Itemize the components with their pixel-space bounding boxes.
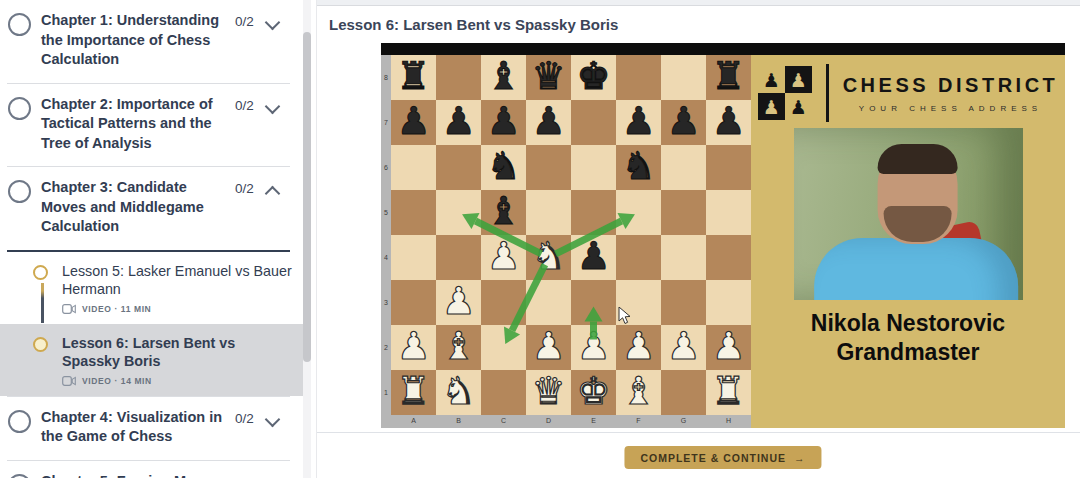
white-knight-d4: ♞ — [526, 232, 571, 277]
black-knight-c6: ♞ — [481, 142, 526, 187]
white-bishop-f1: ♝ — [616, 367, 661, 412]
chess-board: 87654321 ♜♝♛♚♜♟♟♟♟♟♟♟♞♞♝♟♞♟♟♟♝♟♟♟♟♟♜♞♛♚♝… — [381, 55, 751, 428]
logo-subtitle: YOUR CHESS ADDRESS — [843, 104, 1059, 113]
rank-label-8: 8 — [381, 55, 391, 100]
file-label-H: H — [706, 415, 751, 428]
sidebar-item-chapter-2[interactable]: Chapter 2: Importance of Tactical Patter… — [0, 84, 303, 167]
chevron-down-icon[interactable] — [265, 15, 281, 31]
square-f5 — [616, 190, 661, 235]
sidebar-item-chapter-5[interactable]: Chapter 5: Forcing Moves0/1 — [0, 461, 303, 478]
white-pawn-d2: ♟ — [526, 322, 571, 367]
pawn-icon: ♟ — [763, 69, 780, 91]
black-pawn-b7: ♟ — [436, 97, 481, 142]
presenter-name: Nikola Nestorovic — [751, 310, 1065, 337]
sidebar-scrollbar-thumb[interactable] — [303, 32, 311, 362]
video-camera-icon — [62, 376, 76, 386]
square-e1: ♚ — [571, 370, 616, 415]
file-label-C: C — [481, 415, 526, 428]
chevron-up-icon[interactable] — [265, 186, 281, 202]
black-rook-a8: ♜ — [391, 52, 436, 97]
square-a6 — [391, 145, 436, 190]
black-pawn-c7: ♟ — [481, 97, 526, 142]
square-a7: ♟ — [391, 100, 436, 145]
lesson-header: Lesson 6: Larsen Bent vs Spassky Boris — [317, 6, 1080, 42]
chevron-down-icon[interactable] — [265, 411, 281, 427]
square-g1 — [661, 370, 706, 415]
square-b7: ♟ — [436, 100, 481, 145]
square-b2: ♝ — [436, 325, 481, 370]
rank-label-2: 2 — [381, 325, 391, 370]
black-pawn-d7: ♟ — [526, 97, 571, 142]
square-c7: ♟ — [481, 100, 526, 145]
square-c3 — [481, 280, 526, 325]
square-e8: ♚ — [571, 55, 616, 100]
pawn-icon: ♟ — [763, 96, 780, 118]
file-label-F: F — [616, 415, 661, 428]
presenter-hair — [878, 144, 958, 174]
presenter-shoulders — [814, 238, 1018, 300]
chapter-progress-circle — [8, 180, 31, 203]
lesson-footer: COMPLETE & CONTINUE → — [317, 432, 1080, 478]
white-king-e1: ♚ — [571, 367, 616, 412]
presenter-title: Grandmaster — [751, 339, 1065, 366]
complete-button-label: COMPLETE & CONTINUE — [640, 452, 786, 464]
square-b3: ♟ — [436, 280, 481, 325]
square-f7: ♟ — [616, 100, 661, 145]
lesson-progress-circle — [33, 337, 48, 352]
presenter-webcam — [794, 128, 1023, 300]
pawn-icon: ♟ — [790, 69, 807, 91]
rank-label-4: 4 — [381, 235, 391, 280]
square-b4 — [436, 235, 481, 280]
square-c8: ♝ — [481, 55, 526, 100]
rank-label-3: 3 — [381, 280, 391, 325]
square-h8: ♜ — [706, 55, 751, 100]
square-d3 — [526, 280, 571, 325]
black-bishop-c8: ♝ — [481, 52, 526, 97]
pawn-icon: ♟ — [790, 96, 807, 118]
arrow-right-icon: → — [794, 452, 806, 464]
chess-district-logo: ♟ ♟ ♟ ♟ CHESS DISTRICT YOUR CHESS ADDRES… — [751, 64, 1065, 122]
square-g7: ♟ — [661, 100, 706, 145]
square-d1: ♛ — [526, 370, 571, 415]
white-pawn-b3: ♟ — [436, 277, 481, 322]
video-camera-icon — [62, 304, 76, 314]
presenter-beard — [884, 206, 952, 242]
square-a1: ♜ — [391, 370, 436, 415]
square-b8 — [436, 55, 481, 100]
black-pawn-f7: ♟ — [616, 97, 661, 142]
lesson-title: Lesson 6: Larsen Bent vs Spassky Boris — [62, 334, 293, 370]
square-h1: ♜ — [706, 370, 751, 415]
square-f2: ♟ — [616, 325, 661, 370]
lesson-meta: VIDEO · 14 MIN — [62, 376, 293, 386]
square-h2: ♟ — [706, 325, 751, 370]
square-e3 — [571, 280, 616, 325]
chapter-progress-count: 0/1 — [235, 475, 254, 478]
lesson-progress-circle — [33, 265, 48, 280]
logo-pawns-icon: ♟ ♟ ♟ ♟ — [758, 66, 812, 120]
chevron-down-icon[interactable] — [265, 98, 281, 114]
square-g4 — [661, 235, 706, 280]
white-pawn-g2: ♟ — [661, 322, 706, 367]
square-a3 — [391, 280, 436, 325]
chapter-progress-circle — [8, 13, 31, 36]
square-e4: ♟ — [571, 235, 616, 280]
sidebar-item-chapter-4[interactable]: Chapter 4: Visualization in the Game of … — [0, 397, 303, 460]
sidebar-item-lesson-6[interactable]: Lesson 6: Larsen Bent vs Spassky BorisVI… — [0, 324, 303, 396]
sidebar-item-lesson-5[interactable]: Lesson 5: Lasker Emanuel vs Bauer Herman… — [0, 252, 303, 324]
square-a4 — [391, 235, 436, 280]
chapter-title: Chapter 4: Visualization in the Game of … — [41, 408, 229, 447]
square-f1: ♝ — [616, 370, 661, 415]
lesson-title: Lesson 5: Lasker Emanuel vs Bauer Herman… — [62, 262, 293, 298]
lesson-meta: VIDEO · 11 MIN — [62, 304, 293, 314]
white-pawn-h2: ♟ — [706, 322, 751, 367]
square-b6 — [436, 145, 481, 190]
black-pawn-e4: ♟ — [571, 232, 616, 277]
square-e6 — [571, 145, 616, 190]
black-queen-d8: ♛ — [526, 52, 571, 97]
black-rook-h8: ♜ — [706, 52, 751, 97]
black-pawn-a7: ♟ — [391, 97, 436, 142]
square-e5 — [571, 190, 616, 235]
file-label-D: D — [526, 415, 571, 428]
square-c1 — [481, 370, 526, 415]
square-b1: ♞ — [436, 370, 481, 415]
square-d6 — [526, 145, 571, 190]
square-g8 — [661, 55, 706, 100]
square-d7: ♟ — [526, 100, 571, 145]
rank-label-5: 5 — [381, 190, 391, 235]
square-a5 — [391, 190, 436, 235]
white-bishop-b2: ♝ — [436, 322, 481, 367]
square-c2 — [481, 325, 526, 370]
complete-continue-button[interactable]: COMPLETE & CONTINUE → — [624, 446, 821, 469]
logo-square: ♟ — [758, 66, 785, 93]
board-rank-labels: 87654321 — [381, 55, 391, 415]
square-d5 — [526, 190, 571, 235]
black-pawn-g7: ♟ — [661, 97, 706, 142]
chapter-progress-circle — [8, 410, 31, 433]
square-a8: ♜ — [391, 55, 436, 100]
square-h6 — [706, 145, 751, 190]
logo-square: ♟ — [785, 93, 812, 120]
square-e7 — [571, 100, 616, 145]
white-queen-d1: ♛ — [526, 367, 571, 412]
square-h7: ♟ — [706, 100, 751, 145]
square-c5: ♝ — [481, 190, 526, 235]
square-h3 — [706, 280, 751, 325]
square-g5 — [661, 190, 706, 235]
lesson-meta-text: VIDEO · 11 MIN — [82, 304, 151, 314]
white-pawn-e2: ♟ — [571, 322, 616, 367]
square-f3 — [616, 280, 661, 325]
rank-label-6: 6 — [381, 145, 391, 190]
square-b5 — [436, 190, 481, 235]
lesson-list: Lesson 5: Lasker Emanuel vs Bauer Herman… — [0, 252, 303, 396]
rank-label-7: 7 — [381, 100, 391, 145]
board-squares: ♜♝♛♚♜♟♟♟♟♟♟♟♞♞♝♟♞♟♟♟♝♟♟♟♟♟♜♞♛♚♝♜ — [391, 55, 751, 415]
square-e2: ♟ — [571, 325, 616, 370]
presenter-panel: ♟ ♟ ♟ ♟ CHESS DISTRICT YOUR CHESS ADDRES… — [751, 55, 1065, 428]
square-f6: ♞ — [616, 145, 661, 190]
chapter-title: Chapter 3: Candidate Moves and Middlegam… — [41, 178, 229, 237]
logo-square: ♟ — [785, 66, 812, 93]
white-rook-a1: ♜ — [391, 367, 436, 412]
logo-title: CHESS DISTRICT — [843, 74, 1059, 97]
square-d4: ♞ — [526, 235, 571, 280]
square-h4 — [706, 235, 751, 280]
chapter-progress-circle — [8, 474, 31, 478]
chapter-progress-count: 0/2 — [235, 14, 254, 29]
board-file-labels: ABCDEFGH — [391, 415, 751, 428]
curriculum-list: Chapter 1: Understanding the Importance … — [0, 0, 303, 478]
chapter-progress-circle — [8, 97, 31, 120]
white-pawn-a2: ♟ — [391, 322, 436, 367]
chapter-progress-count: 0/2 — [235, 181, 254, 196]
white-pawn-c4: ♟ — [481, 232, 526, 277]
course-sidebar: Chapter 1: Understanding the Importance … — [0, 0, 316, 478]
sidebar-item-chapter-1[interactable]: Chapter 1: Understanding the Importance … — [0, 0, 303, 83]
square-h5 — [706, 190, 751, 235]
logo-divider — [826, 64, 829, 122]
white-knight-b1: ♞ — [436, 367, 481, 412]
sidebar-item-chapter-3[interactable]: Chapter 3: Candidate Moves and Middlegam… — [0, 167, 303, 250]
white-rook-h1: ♜ — [706, 367, 751, 412]
lesson-main: Lesson 6: Larsen Bent vs Spassky Boris 8… — [316, 0, 1080, 478]
video-player[interactable]: 87654321 ♜♝♛♚♜♟♟♟♟♟♟♟♞♞♝♟♞♟♟♟♝♟♟♟♟♟♜♞♛♚♝… — [381, 43, 1065, 428]
file-label-A: A — [391, 415, 436, 428]
black-pawn-h7: ♟ — [706, 97, 751, 142]
page-title: Lesson 6: Larsen Bent vs Spassky Boris — [329, 16, 618, 33]
lesson-meta-text: VIDEO · 14 MIN — [82, 376, 152, 386]
black-king-e8: ♚ — [571, 52, 616, 97]
square-g6 — [661, 145, 706, 190]
file-label-E: E — [571, 415, 616, 428]
file-label-B: B — [436, 415, 481, 428]
logo-square: ♟ — [758, 93, 785, 120]
square-d8: ♛ — [526, 55, 571, 100]
black-bishop-c5: ♝ — [481, 187, 526, 232]
square-g3 — [661, 280, 706, 325]
chapter-title: Chapter 5: Forcing Moves — [41, 472, 229, 478]
rank-label-1: 1 — [381, 370, 391, 415]
square-d2: ♟ — [526, 325, 571, 370]
chapter-title: Chapter 2: Importance of Tactical Patter… — [41, 95, 229, 154]
file-label-G: G — [661, 415, 706, 428]
square-f8 — [616, 55, 661, 100]
square-g2: ♟ — [661, 325, 706, 370]
square-c6: ♞ — [481, 145, 526, 190]
white-pawn-f2: ♟ — [616, 322, 661, 367]
chapter-progress-count: 0/2 — [235, 411, 254, 426]
square-c4: ♟ — [481, 235, 526, 280]
square-f4 — [616, 235, 661, 280]
chapter-title: Chapter 1: Understanding the Importance … — [41, 11, 229, 70]
presenter-head — [878, 144, 958, 244]
chapter-progress-count: 0/2 — [235, 98, 254, 113]
square-a2: ♟ — [391, 325, 436, 370]
black-knight-f6: ♞ — [616, 142, 661, 187]
